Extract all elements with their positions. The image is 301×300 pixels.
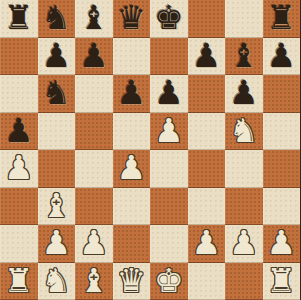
piece-black-pawn[interactable]: ♟ — [41, 38, 71, 75]
square-d7[interactable] — [113, 38, 151, 76]
square-d8[interactable]: ♛ — [113, 0, 151, 38]
square-e5[interactable]: ♟ — [150, 113, 188, 151]
square-h3[interactable] — [263, 188, 301, 226]
piece-white-pawn[interactable]: ♟ — [4, 150, 34, 187]
piece-black-knight[interactable]: ♞ — [41, 0, 71, 37]
square-f3[interactable] — [188, 188, 226, 226]
square-d2[interactable] — [113, 225, 151, 263]
piece-white-pawn[interactable]: ♟ — [266, 225, 296, 262]
square-f1[interactable] — [188, 263, 226, 300]
piece-white-pawn[interactable]: ♟ — [79, 225, 109, 262]
chess-board: ♜♞♝♛♚♜♟♟♟♝♟♞♟♟♟♟♟♞♟♟♝♟♟♟♟♟♜♞♝♛♚♜ — [0, 0, 300, 300]
square-a6[interactable] — [0, 75, 38, 113]
square-h4[interactable] — [263, 150, 301, 188]
piece-black-pawn[interactable]: ♟ — [191, 38, 221, 75]
square-c1[interactable]: ♝ — [75, 263, 113, 300]
piece-white-queen[interactable]: ♛ — [116, 263, 146, 300]
square-f8[interactable] — [188, 0, 226, 38]
square-d6[interactable]: ♟ — [113, 75, 151, 113]
square-g2[interactable]: ♟ — [225, 225, 263, 263]
square-g6[interactable]: ♟ — [225, 75, 263, 113]
piece-black-pawn[interactable]: ♟ — [154, 75, 184, 112]
piece-black-knight[interactable]: ♞ — [41, 75, 71, 112]
piece-black-rook[interactable]: ♜ — [266, 0, 296, 37]
piece-white-bishop[interactable]: ♝ — [79, 263, 109, 300]
piece-black-pawn[interactable]: ♟ — [229, 75, 259, 112]
square-c8[interactable]: ♝ — [75, 0, 113, 38]
square-h8[interactable]: ♜ — [263, 0, 301, 38]
piece-white-pawn[interactable]: ♟ — [41, 225, 71, 262]
square-b6[interactable]: ♞ — [38, 75, 76, 113]
square-h5[interactable] — [263, 113, 301, 151]
square-c2[interactable]: ♟ — [75, 225, 113, 263]
square-d5[interactable] — [113, 113, 151, 151]
square-d1[interactable]: ♛ — [113, 263, 151, 300]
square-a2[interactable] — [0, 225, 38, 263]
piece-white-pawn[interactable]: ♟ — [116, 150, 146, 187]
piece-white-pawn[interactable]: ♟ — [191, 225, 221, 262]
square-a8[interactable]: ♜ — [0, 0, 38, 38]
square-b5[interactable] — [38, 113, 76, 151]
square-c4[interactable] — [75, 150, 113, 188]
piece-white-rook[interactable]: ♜ — [266, 263, 296, 300]
piece-black-pawn[interactable]: ♟ — [4, 113, 34, 150]
piece-white-king[interactable]: ♚ — [154, 263, 184, 300]
square-f2[interactable]: ♟ — [188, 225, 226, 263]
piece-black-bishop[interactable]: ♝ — [229, 38, 259, 75]
square-b4[interactable] — [38, 150, 76, 188]
piece-black-bishop[interactable]: ♝ — [79, 0, 109, 37]
piece-black-pawn[interactable]: ♟ — [116, 75, 146, 112]
square-g7[interactable]: ♝ — [225, 38, 263, 76]
piece-black-queen[interactable]: ♛ — [116, 0, 146, 37]
square-g8[interactable] — [225, 0, 263, 38]
piece-white-pawn[interactable]: ♟ — [154, 113, 184, 150]
square-f4[interactable] — [188, 150, 226, 188]
square-b3[interactable]: ♝ — [38, 188, 76, 226]
square-h7[interactable]: ♟ — [263, 38, 301, 76]
square-h1[interactable]: ♜ — [263, 263, 301, 300]
square-g4[interactable] — [225, 150, 263, 188]
square-g1[interactable] — [225, 263, 263, 300]
square-a5[interactable]: ♟ — [0, 113, 38, 151]
square-e7[interactable] — [150, 38, 188, 76]
square-b8[interactable]: ♞ — [38, 0, 76, 38]
piece-black-king[interactable]: ♚ — [154, 0, 184, 37]
square-c7[interactable]: ♟ — [75, 38, 113, 76]
square-f7[interactable]: ♟ — [188, 38, 226, 76]
square-e3[interactable] — [150, 188, 188, 226]
square-b7[interactable]: ♟ — [38, 38, 76, 76]
piece-white-knight[interactable]: ♞ — [41, 263, 71, 300]
square-h2[interactable]: ♟ — [263, 225, 301, 263]
piece-black-pawn[interactable]: ♟ — [79, 38, 109, 75]
square-g3[interactable] — [225, 188, 263, 226]
square-b1[interactable]: ♞ — [38, 263, 76, 300]
piece-black-pawn[interactable]: ♟ — [266, 38, 296, 75]
square-h6[interactable] — [263, 75, 301, 113]
square-a1[interactable]: ♜ — [0, 263, 38, 300]
square-e1[interactable]: ♚ — [150, 263, 188, 300]
square-d3[interactable] — [113, 188, 151, 226]
square-e4[interactable] — [150, 150, 188, 188]
square-e2[interactable] — [150, 225, 188, 263]
square-e8[interactable]: ♚ — [150, 0, 188, 38]
square-g5[interactable]: ♞ — [225, 113, 263, 151]
square-a4[interactable]: ♟ — [0, 150, 38, 188]
piece-black-rook[interactable]: ♜ — [4, 0, 34, 37]
square-f6[interactable] — [188, 75, 226, 113]
piece-white-pawn[interactable]: ♟ — [229, 225, 259, 262]
square-a7[interactable] — [0, 38, 38, 76]
square-d4[interactable]: ♟ — [113, 150, 151, 188]
square-c5[interactable] — [75, 113, 113, 151]
piece-white-bishop[interactable]: ♝ — [41, 188, 71, 225]
piece-white-knight[interactable]: ♞ — [229, 113, 259, 150]
square-e6[interactable]: ♟ — [150, 75, 188, 113]
square-b2[interactable]: ♟ — [38, 225, 76, 263]
piece-white-rook[interactable]: ♜ — [4, 263, 34, 300]
square-a3[interactable] — [0, 188, 38, 226]
square-c6[interactable] — [75, 75, 113, 113]
square-f5[interactable] — [188, 113, 226, 151]
square-c3[interactable] — [75, 188, 113, 226]
